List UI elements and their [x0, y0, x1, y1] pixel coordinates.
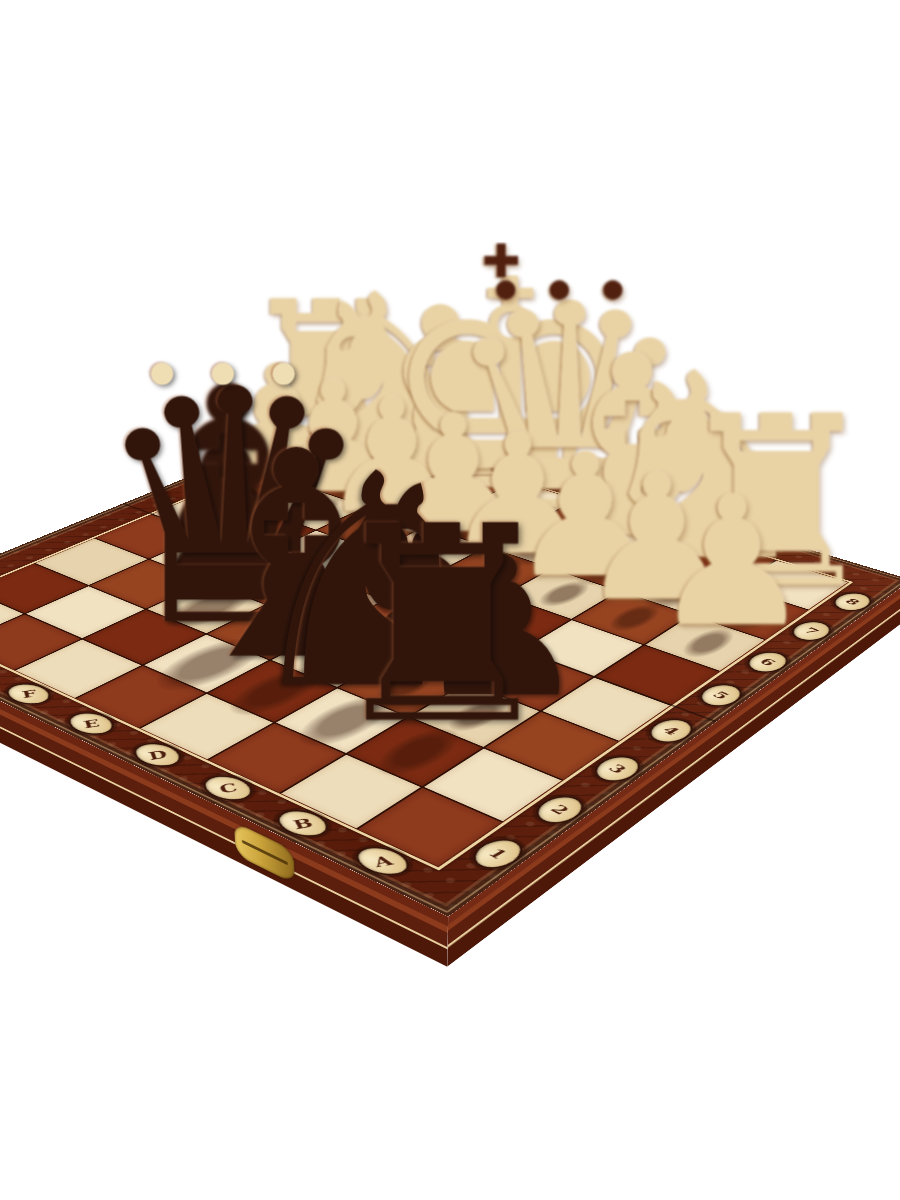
- chess-scene: A1B2C3D4E5F6G7H8 ♜♞♝♛● ● ●♚✚♝♞♜♟♟♟♟♟♟♟♟♜…: [0, 0, 900, 1200]
- chess-board: A1B2C3D4E5F6G7H8 ♜♞♝♛● ● ●♚✚♝♞♜♟♟♟♟♟♟♟♟♜…: [0, 412, 900, 917]
- pieces-layer: ♜♞♝♛● ● ●♚✚♝♞♜♟♟♟♟♟♟♟♟♜♞♝♛● ● ●♟♟♝♟: [0, 412, 900, 917]
- piece-dark-rook-b2[interactable]: ♜: [290, 491, 595, 761]
- dark-rook-glyph: ♜: [321, 491, 563, 761]
- queen-coronet-tips: ● ● ●: [149, 357, 309, 386]
- product-photo: A1B2C3D4E5F6G7H8 ♜♞♝♛● ● ●♚✚♝♞♜♟♟♟♟♟♟♟♟♜…: [0, 0, 900, 1200]
- queen-coronet-tips: ● ● ●: [495, 275, 636, 301]
- light-pawn-glyph: ♟: [652, 472, 813, 651]
